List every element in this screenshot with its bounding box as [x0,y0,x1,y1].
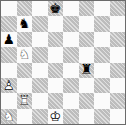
square-f8[interactable] [79,1,95,16]
square-d2[interactable] [48,93,64,108]
square-f4[interactable]: ♜ [79,63,95,78]
square-g5[interactable] [94,47,110,62]
piece-black-king[interactable]: ♚ [48,2,62,16]
square-d5[interactable] [48,47,64,62]
square-a4[interactable] [1,63,17,78]
square-c3[interactable] [32,78,48,93]
square-h1[interactable] [110,109,126,124]
square-a1[interactable]: ♞♘ [1,109,17,124]
white-pawn-glyph: ♙ [3,79,15,93]
square-c2[interactable] [32,93,48,108]
square-a5[interactable] [1,47,17,62]
square-e8[interactable] [63,1,79,16]
piece-white-king[interactable]: ♚♔ [48,109,62,123]
square-a8[interactable] [1,1,17,16]
square-h8[interactable] [110,1,126,16]
square-c5[interactable] [32,47,48,62]
square-h5[interactable] [110,47,126,62]
square-a7[interactable] [1,16,17,31]
piece-black-rook[interactable]: ♜ [79,63,93,77]
square-g7[interactable] [94,16,110,31]
piece-black-knight[interactable]: ♞ [17,17,31,31]
piece-black-pawn[interactable]: ♟ [2,32,16,46]
square-b5[interactable]: ♞♘ [17,47,33,62]
square-d6[interactable] [48,32,64,47]
black-king-glyph: ♚ [49,2,61,16]
white-knight-glyph: ♘ [3,110,15,124]
square-g6[interactable] [94,32,110,47]
square-b7[interactable]: ♞ [17,16,33,31]
square-a2[interactable] [1,93,17,108]
square-f7[interactable] [79,16,95,31]
square-f1[interactable] [79,109,95,124]
square-f2[interactable] [79,93,95,108]
square-h4[interactable] [110,63,126,78]
square-g2[interactable] [94,93,110,108]
square-g8[interactable] [94,1,110,16]
square-d1[interactable]: ♚♔ [48,109,64,124]
black-knight-glyph: ♞ [18,17,30,31]
square-c8[interactable] [32,1,48,16]
square-c7[interactable] [32,16,48,31]
piece-white-pawn[interactable]: ♟♙ [2,79,16,93]
square-h6[interactable] [110,32,126,47]
square-d8[interactable]: ♚ [48,1,64,16]
square-d3[interactable] [48,78,64,93]
square-f5[interactable] [79,47,95,62]
piece-white-rook[interactable]: ♜♖ [17,94,31,108]
white-rook-glyph: ♖ [18,94,30,108]
square-c1[interactable] [32,109,48,124]
square-e1[interactable] [63,109,79,124]
square-a3[interactable]: ♟♙ [1,78,17,93]
square-c6[interactable] [32,32,48,47]
square-d7[interactable] [48,16,64,31]
square-f3[interactable] [79,78,95,93]
black-pawn-glyph: ♟ [3,33,15,47]
square-b4[interactable] [17,63,33,78]
square-g3[interactable] [94,78,110,93]
white-knight-glyph: ♘ [18,48,30,62]
square-g4[interactable] [94,63,110,78]
piece-white-knight[interactable]: ♞♘ [17,48,31,62]
white-king-glyph: ♔ [49,110,61,124]
square-b2[interactable]: ♜♖ [17,93,33,108]
square-e5[interactable] [63,47,79,62]
square-e7[interactable] [63,16,79,31]
square-e6[interactable] [63,32,79,47]
piece-white-knight[interactable]: ♞♘ [2,109,16,123]
square-f6[interactable] [79,32,95,47]
square-e4[interactable] [63,63,79,78]
square-b8[interactable] [17,1,33,16]
square-a6[interactable]: ♟ [1,32,17,47]
square-b1[interactable] [17,109,33,124]
black-rook-glyph: ♜ [80,63,92,77]
square-e3[interactable] [63,78,79,93]
square-g1[interactable] [94,109,110,124]
square-e2[interactable] [63,93,79,108]
square-h7[interactable] [110,16,126,31]
square-b6[interactable] [17,32,33,47]
square-d4[interactable] [48,63,64,78]
chess-board: ♚♞♟♞♘♜♟♙♜♖♞♘♚♔ [0,0,126,125]
square-h2[interactable] [110,93,126,108]
square-h3[interactable] [110,78,126,93]
square-b3[interactable] [17,78,33,93]
square-c4[interactable] [32,63,48,78]
